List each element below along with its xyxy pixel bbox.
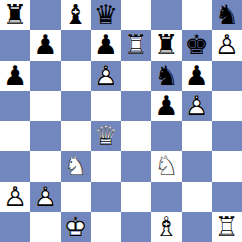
white-pawn[interactable]: ♟♙ <box>91 61 121 91</box>
square-a4[interactable] <box>0 121 30 151</box>
white-knight[interactable]: ♞♘ <box>151 151 181 181</box>
square-c1[interactable]: ♚♔ <box>61 212 91 242</box>
square-b6[interactable] <box>30 61 60 91</box>
black-pawn[interactable]: ♟ <box>91 30 121 60</box>
square-c5[interactable] <box>61 91 91 121</box>
square-d5[interactable] <box>91 91 121 121</box>
square-h7[interactable]: ♟♙ <box>212 30 242 60</box>
square-c7[interactable] <box>61 30 91 60</box>
square-f6[interactable]: ♞ <box>151 61 181 91</box>
white-pawn[interactable]: ♟♙ <box>212 30 242 60</box>
square-f7[interactable]: ♜ <box>151 30 181 60</box>
square-h8[interactable]: ♞ <box>212 0 242 30</box>
square-f4[interactable] <box>151 121 181 151</box>
square-b2[interactable]: ♟♙ <box>30 182 60 212</box>
square-e6[interactable] <box>121 61 151 91</box>
square-a1[interactable] <box>0 212 30 242</box>
white-pawn[interactable]: ♟♙ <box>30 182 60 212</box>
square-c8[interactable]: ♝ <box>61 0 91 30</box>
square-c3[interactable]: ♞♘ <box>61 151 91 181</box>
black-rook[interactable]: ♜ <box>0 0 30 30</box>
white-knight[interactable]: ♞♘ <box>61 151 91 181</box>
square-g7[interactable]: ♚ <box>182 30 212 60</box>
black-pawn[interactable]: ♟ <box>151 91 181 121</box>
square-h2[interactable] <box>212 182 242 212</box>
square-d7[interactable]: ♟ <box>91 30 121 60</box>
square-b3[interactable] <box>30 151 60 181</box>
white-pawn[interactable]: ♟♙ <box>182 91 212 121</box>
white-rook[interactable]: ♜♖ <box>121 30 151 60</box>
square-d6[interactable]: ♟♙ <box>91 61 121 91</box>
white-pawn[interactable]: ♟♙ <box>0 182 30 212</box>
square-h1[interactable]: ♜♖ <box>212 212 242 242</box>
square-b7[interactable]: ♟ <box>30 30 60 60</box>
white-bishop[interactable]: ♝♗ <box>151 212 181 242</box>
square-h6[interactable] <box>212 61 242 91</box>
square-h5[interactable] <box>212 91 242 121</box>
square-b4[interactable] <box>30 121 60 151</box>
square-h3[interactable] <box>212 151 242 181</box>
square-b8[interactable] <box>30 0 60 30</box>
square-d2[interactable] <box>91 182 121 212</box>
square-a7[interactable] <box>0 30 30 60</box>
square-e1[interactable] <box>121 212 151 242</box>
black-pawn[interactable]: ♟ <box>30 30 60 60</box>
square-c2[interactable] <box>61 182 91 212</box>
square-g5[interactable]: ♟♙ <box>182 91 212 121</box>
square-e3[interactable] <box>121 151 151 181</box>
square-a6[interactable]: ♟ <box>0 61 30 91</box>
square-f1[interactable]: ♝♗ <box>151 212 181 242</box>
square-h4[interactable] <box>212 121 242 151</box>
black-king[interactable]: ♚ <box>182 30 212 60</box>
black-queen[interactable]: ♛ <box>91 0 121 30</box>
square-g3[interactable] <box>182 151 212 181</box>
square-g2[interactable] <box>182 182 212 212</box>
square-e7[interactable]: ♜♖ <box>121 30 151 60</box>
square-a5[interactable] <box>0 91 30 121</box>
square-g6[interactable]: ♟ <box>182 61 212 91</box>
square-c4[interactable] <box>61 121 91 151</box>
square-b5[interactable] <box>30 91 60 121</box>
square-e5[interactable] <box>121 91 151 121</box>
square-d3[interactable] <box>91 151 121 181</box>
black-pawn[interactable]: ♟ <box>182 61 212 91</box>
black-pawn[interactable]: ♟ <box>0 61 30 91</box>
square-e4[interactable] <box>121 121 151 151</box>
black-bishop[interactable]: ♝ <box>61 0 91 30</box>
black-knight[interactable]: ♞ <box>212 0 242 30</box>
square-b1[interactable] <box>30 212 60 242</box>
square-d8[interactable]: ♛ <box>91 0 121 30</box>
square-f5[interactable]: ♟ <box>151 91 181 121</box>
white-king[interactable]: ♚♔ <box>61 212 91 242</box>
square-g8[interactable] <box>182 0 212 30</box>
square-e2[interactable] <box>121 182 151 212</box>
chess-board: ♜♝♛♞♟♟♜♖♜♚♟♙♟♟♙♞♟♟♟♙♛♕♞♘♞♘♟♙♟♙♚♔♝♗♜♖ <box>0 0 242 242</box>
square-a3[interactable] <box>0 151 30 181</box>
square-f2[interactable] <box>151 182 181 212</box>
square-g4[interactable] <box>182 121 212 151</box>
square-c6[interactable] <box>61 61 91 91</box>
square-f8[interactable] <box>151 0 181 30</box>
black-knight[interactable]: ♞ <box>151 61 181 91</box>
square-a2[interactable]: ♟♙ <box>0 182 30 212</box>
white-queen[interactable]: ♛♕ <box>91 121 121 151</box>
square-a8[interactable]: ♜ <box>0 0 30 30</box>
white-rook[interactable]: ♜♖ <box>212 212 242 242</box>
square-g1[interactable] <box>182 212 212 242</box>
square-e8[interactable] <box>121 0 151 30</box>
square-f3[interactable]: ♞♘ <box>151 151 181 181</box>
black-rook[interactable]: ♜ <box>151 30 181 60</box>
square-d4[interactable]: ♛♕ <box>91 121 121 151</box>
square-d1[interactable] <box>91 212 121 242</box>
